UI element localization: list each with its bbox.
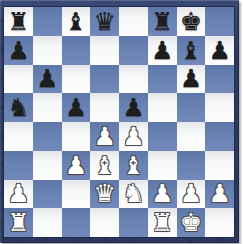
white-bishop-d3: ♝ xyxy=(90,151,119,180)
square-c3[interactable]: ♟ xyxy=(62,151,91,180)
square-h4[interactable] xyxy=(205,122,234,151)
square-g5[interactable] xyxy=(177,93,206,122)
file-label-e: e xyxy=(119,237,148,242)
square-d7[interactable] xyxy=(90,36,119,65)
square-d8[interactable]: ♛ xyxy=(90,7,119,36)
square-h6[interactable] xyxy=(205,65,234,94)
rank-label-8: 8 xyxy=(0,19,4,23)
square-f8[interactable]: ♜ xyxy=(148,7,177,36)
square-h7[interactable]: ♟ xyxy=(205,36,234,65)
square-h2[interactable]: ♟ xyxy=(205,180,234,209)
square-f3[interactable] xyxy=(148,151,177,180)
square-c7[interactable] xyxy=(62,36,91,65)
black-rook-f8: ♜ xyxy=(148,7,177,36)
square-g6[interactable]: ♟ xyxy=(177,65,206,94)
file-label-c: c xyxy=(62,237,91,242)
square-h3[interactable] xyxy=(205,151,234,180)
rank-label-7: 7 xyxy=(0,48,4,52)
square-a8[interactable]: ♜ xyxy=(4,7,33,36)
square-h5[interactable] xyxy=(205,93,234,122)
file-label-g: g xyxy=(177,237,206,242)
rank-label-1: 1 xyxy=(0,221,4,225)
white-rook-f1: ♜ xyxy=(148,208,177,237)
black-pawn-b6: ♟ xyxy=(33,65,62,94)
square-g4[interactable] xyxy=(177,122,206,151)
square-e4[interactable]: ♟ xyxy=(119,122,148,151)
square-b7[interactable] xyxy=(33,36,62,65)
square-d3[interactable]: ♝ xyxy=(90,151,119,180)
square-f4[interactable] xyxy=(148,122,177,151)
black-bishop-g7: ♝ xyxy=(177,36,206,65)
square-c2[interactable] xyxy=(62,180,91,209)
rank-label-4: 4 xyxy=(0,134,4,138)
square-b4[interactable] xyxy=(33,122,62,151)
black-pawn-e5: ♟ xyxy=(119,93,148,122)
black-knight-a5: ♞ xyxy=(4,93,33,122)
square-d2[interactable]: ♛ xyxy=(90,180,119,209)
black-bishop-c8: ♝ xyxy=(62,7,91,36)
square-g1[interactable]: ♚ xyxy=(177,208,206,237)
white-knight-e2: ♞ xyxy=(119,180,148,209)
square-h8[interactable] xyxy=(205,7,234,36)
white-rook-a1: ♜ xyxy=(4,208,33,237)
square-e6[interactable] xyxy=(119,65,148,94)
square-e8[interactable] xyxy=(119,7,148,36)
square-a4[interactable] xyxy=(4,122,33,151)
white-pawn-f2: ♟ xyxy=(148,180,177,209)
white-pawn-e4: ♟ xyxy=(119,122,148,151)
chess-board: ♜♝♛♜♚♟♟♝♟♟♟♞♟♟♟♟♟♝♝♟♛♞♟♟♟♜♜♚ xyxy=(4,7,234,237)
square-f5[interactable] xyxy=(148,93,177,122)
white-pawn-h2: ♟ xyxy=(205,180,234,209)
black-king-g8: ♚ xyxy=(177,7,206,36)
square-e7[interactable] xyxy=(119,36,148,65)
square-e2[interactable]: ♞ xyxy=(119,180,148,209)
file-label-a: a xyxy=(4,237,33,242)
square-g3[interactable] xyxy=(177,151,206,180)
rank-label-6: 6 xyxy=(0,77,4,81)
square-f6[interactable] xyxy=(148,65,177,94)
black-pawn-f7: ♟ xyxy=(148,36,177,65)
square-c6[interactable] xyxy=(62,65,91,94)
square-d4[interactable]: ♟ xyxy=(90,122,119,151)
square-b6[interactable]: ♟ xyxy=(33,65,62,94)
file-label-h: h xyxy=(205,237,234,242)
white-pawn-c3: ♟ xyxy=(62,151,91,180)
rank-label-2: 2 xyxy=(0,192,4,196)
square-a3[interactable] xyxy=(4,151,33,180)
square-d1[interactable] xyxy=(90,208,119,237)
file-label-d: d xyxy=(90,237,119,242)
square-a7[interactable]: ♟ xyxy=(4,36,33,65)
square-c1[interactable] xyxy=(62,208,91,237)
square-b8[interactable] xyxy=(33,7,62,36)
square-c8[interactable]: ♝ xyxy=(62,7,91,36)
black-queen-d8: ♛ xyxy=(90,7,119,36)
white-pawn-a2: ♟ xyxy=(4,180,33,209)
file-label-f: f xyxy=(148,237,177,242)
square-f7[interactable]: ♟ xyxy=(148,36,177,65)
square-b3[interactable] xyxy=(33,151,62,180)
black-rook-a8: ♜ xyxy=(4,7,33,36)
black-pawn-a7: ♟ xyxy=(4,36,33,65)
square-e1[interactable] xyxy=(119,208,148,237)
square-g2[interactable]: ♟ xyxy=(177,180,206,209)
file-label-b: b xyxy=(33,237,62,242)
rank-label-3: 3 xyxy=(0,163,4,167)
square-c5[interactable]: ♟ xyxy=(62,93,91,122)
square-c4[interactable] xyxy=(62,122,91,151)
rank-label-5: 5 xyxy=(0,106,4,110)
square-a6[interactable] xyxy=(4,65,33,94)
square-g8[interactable]: ♚ xyxy=(177,7,206,36)
square-e3[interactable]: ♝ xyxy=(119,151,148,180)
black-pawn-c5: ♟ xyxy=(62,93,91,122)
square-d5[interactable] xyxy=(90,93,119,122)
square-b2[interactable] xyxy=(33,180,62,209)
square-f2[interactable]: ♟ xyxy=(148,180,177,209)
square-b5[interactable] xyxy=(33,93,62,122)
white-bishop-e3: ♝ xyxy=(119,151,148,180)
square-a1[interactable]: ♜ xyxy=(4,208,33,237)
square-a2[interactable]: ♟ xyxy=(4,180,33,209)
white-pawn-g2: ♟ xyxy=(177,180,206,209)
square-b1[interactable] xyxy=(33,208,62,237)
square-h1[interactable] xyxy=(205,208,234,237)
square-e5[interactable]: ♟ xyxy=(119,93,148,122)
chess-board-frame: ♜♝♛♜♚♟♟♝♟♟♟♞♟♟♟♟♟♝♝♟♛♞♟♟♟♜♜♚ 87654321abc… xyxy=(0,0,239,243)
black-pawn-h7: ♟ xyxy=(205,36,234,65)
white-pawn-d4: ♟ xyxy=(90,122,119,151)
square-f1[interactable]: ♜ xyxy=(148,208,177,237)
square-a5[interactable]: ♞ xyxy=(4,93,33,122)
square-g7[interactable]: ♝ xyxy=(177,36,206,65)
black-pawn-g6: ♟ xyxy=(177,65,206,94)
square-d6[interactable] xyxy=(90,65,119,94)
white-king-g1: ♚ xyxy=(177,208,206,237)
white-queen-d2: ♛ xyxy=(90,180,119,209)
